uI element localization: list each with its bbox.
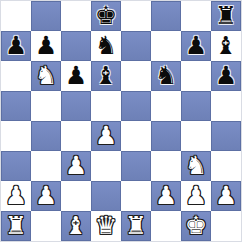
square-f6[interactable]: ♞: [151, 61, 181, 91]
square-a5[interactable]: [1, 91, 31, 121]
square-c4[interactable]: [61, 121, 91, 151]
square-b4[interactable]: [31, 121, 61, 151]
square-g5[interactable]: [181, 91, 211, 121]
square-h4[interactable]: [211, 121, 241, 151]
square-c5[interactable]: [61, 91, 91, 121]
square-g4[interactable]: [181, 121, 211, 151]
black-pawn[interactable]: ♟: [215, 61, 237, 91]
square-f2[interactable]: ♟: [151, 181, 181, 211]
black-bishop[interactable]: ♝: [215, 31, 237, 61]
square-h2[interactable]: ♟: [211, 181, 241, 211]
square-h8[interactable]: ♜: [211, 1, 241, 31]
black-pawn[interactable]: ♟: [5, 31, 27, 61]
square-f5[interactable]: [151, 91, 181, 121]
square-a1[interactable]: ♜: [1, 211, 31, 241]
white-pawn[interactable]: ♟: [35, 181, 57, 211]
square-f3[interactable]: [151, 151, 181, 181]
black-bishop[interactable]: ♝: [95, 61, 117, 91]
white-pawn[interactable]: ♟: [155, 181, 177, 211]
black-pawn[interactable]: ♟: [35, 31, 57, 61]
square-c2[interactable]: [61, 181, 91, 211]
square-g3[interactable]: ♞: [181, 151, 211, 181]
white-pawn[interactable]: ♟: [65, 151, 87, 181]
square-a4[interactable]: [1, 121, 31, 151]
black-rook[interactable]: ♜: [215, 1, 237, 31]
square-b1[interactable]: [31, 211, 61, 241]
square-a6[interactable]: [1, 61, 31, 91]
square-f4[interactable]: [151, 121, 181, 151]
black-knight[interactable]: ♞: [155, 61, 177, 91]
white-pawn[interactable]: ♟: [185, 181, 207, 211]
square-d1[interactable]: ♛: [91, 211, 121, 241]
chess-board: ♚♜♟♟♞♟♝♞♟♝♞♟♟♟♞♟♟♟♟♟♜♝♛♜♚: [0, 0, 242, 242]
square-a3[interactable]: [1, 151, 31, 181]
white-knight[interactable]: ♞: [35, 61, 57, 91]
square-g1[interactable]: ♚: [181, 211, 211, 241]
square-h6[interactable]: ♟: [211, 61, 241, 91]
square-d4[interactable]: ♟: [91, 121, 121, 151]
square-d8[interactable]: ♚: [91, 1, 121, 31]
square-b2[interactable]: ♟: [31, 181, 61, 211]
square-d2[interactable]: [91, 181, 121, 211]
square-h7[interactable]: ♝: [211, 31, 241, 61]
black-pawn[interactable]: ♟: [185, 31, 207, 61]
square-g2[interactable]: ♟: [181, 181, 211, 211]
black-pawn[interactable]: ♟: [65, 61, 87, 91]
square-a8[interactable]: [1, 1, 31, 31]
black-king[interactable]: ♚: [95, 1, 117, 31]
square-a7[interactable]: ♟: [1, 31, 31, 61]
square-g8[interactable]: [181, 1, 211, 31]
square-e2[interactable]: [121, 181, 151, 211]
square-d7[interactable]: ♞: [91, 31, 121, 61]
square-b5[interactable]: [31, 91, 61, 121]
square-e3[interactable]: [121, 151, 151, 181]
square-c7[interactable]: [61, 31, 91, 61]
white-pawn[interactable]: ♟: [215, 181, 237, 211]
square-g6[interactable]: [181, 61, 211, 91]
square-d6[interactable]: ♝: [91, 61, 121, 91]
square-h3[interactable]: [211, 151, 241, 181]
square-f7[interactable]: [151, 31, 181, 61]
square-c3[interactable]: ♟: [61, 151, 91, 181]
square-a2[interactable]: ♟: [1, 181, 31, 211]
square-f1[interactable]: [151, 211, 181, 241]
square-b8[interactable]: [31, 1, 61, 31]
square-b3[interactable]: [31, 151, 61, 181]
square-e8[interactable]: [121, 1, 151, 31]
white-pawn[interactable]: ♟: [95, 121, 117, 151]
white-knight[interactable]: ♞: [185, 151, 207, 181]
square-c1[interactable]: ♝: [61, 211, 91, 241]
white-king[interactable]: ♚: [185, 211, 207, 241]
square-c8[interactable]: [61, 1, 91, 31]
square-e1[interactable]: ♜: [121, 211, 151, 241]
white-rook[interactable]: ♜: [5, 211, 27, 241]
white-bishop[interactable]: ♝: [65, 211, 87, 241]
square-c6[interactable]: ♟: [61, 61, 91, 91]
square-e4[interactable]: [121, 121, 151, 151]
square-d5[interactable]: [91, 91, 121, 121]
square-h1[interactable]: [211, 211, 241, 241]
white-pawn[interactable]: ♟: [5, 181, 27, 211]
black-knight[interactable]: ♞: [95, 31, 117, 61]
square-h5[interactable]: [211, 91, 241, 121]
square-e6[interactable]: [121, 61, 151, 91]
square-e5[interactable]: [121, 91, 151, 121]
square-b7[interactable]: ♟: [31, 31, 61, 61]
square-d3[interactable]: [91, 151, 121, 181]
white-queen[interactable]: ♛: [95, 211, 117, 241]
square-f8[interactable]: [151, 1, 181, 31]
square-b6[interactable]: ♞: [31, 61, 61, 91]
square-g7[interactable]: ♟: [181, 31, 211, 61]
white-rook[interactable]: ♜: [125, 211, 147, 241]
square-e7[interactable]: [121, 31, 151, 61]
